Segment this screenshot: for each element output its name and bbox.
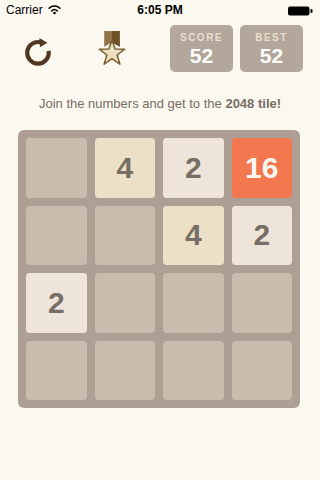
tile-2: 2 xyxy=(163,138,224,198)
tile-4: 4 xyxy=(95,138,156,198)
instructions-goal: 2048 tile! xyxy=(225,96,281,111)
best-value: 52 xyxy=(240,44,303,68)
cell-r4c4 xyxy=(232,341,293,401)
clock: 6:05 PM xyxy=(0,3,320,17)
cell-r1c2: 4 xyxy=(95,138,156,198)
tile-2: 2 xyxy=(232,206,293,266)
tile-2: 2 xyxy=(26,273,87,333)
score-value: 52 xyxy=(170,44,233,68)
tile-4: 4 xyxy=(163,206,224,266)
cell-r4c1 xyxy=(26,341,87,401)
restart-circular-arrow-icon xyxy=(20,57,56,72)
cell-r2c3: 4 xyxy=(163,206,224,266)
cell-r4c2 xyxy=(95,341,156,401)
cell-r2c2 xyxy=(95,206,156,266)
cell-r4c3 xyxy=(163,341,224,401)
status-bar: Carrier 6:05 PM xyxy=(0,0,320,20)
medal-star-icon xyxy=(92,58,132,73)
cell-r2c1 xyxy=(26,206,87,266)
cell-r1c4: 16 xyxy=(232,138,293,198)
cell-r3c2 xyxy=(95,273,156,333)
instructions: Join the numbers and get to the 2048 til… xyxy=(0,96,320,111)
achievements-button[interactable] xyxy=(92,30,132,70)
cell-r3c1: 2 xyxy=(26,273,87,333)
cell-r1c1 xyxy=(26,138,87,198)
cell-r3c3 xyxy=(163,273,224,333)
cell-r3c4 xyxy=(232,273,293,333)
cell-r2c4: 2 xyxy=(232,206,293,266)
score-label: SCORE xyxy=(170,32,233,43)
best-box: BEST 52 xyxy=(240,25,303,72)
instructions-text: Join the numbers and get to the xyxy=(39,96,225,111)
tile-16: 16 xyxy=(232,138,293,198)
score-box: SCORE 52 xyxy=(170,25,233,72)
app-screen: Carrier 6:05 PM xyxy=(0,0,320,480)
best-label: BEST xyxy=(240,32,303,43)
cell-r1c3: 2 xyxy=(163,138,224,198)
board[interactable]: 4216422 xyxy=(18,130,300,408)
restart-button[interactable] xyxy=(20,33,56,69)
battery-icon xyxy=(288,5,313,19)
